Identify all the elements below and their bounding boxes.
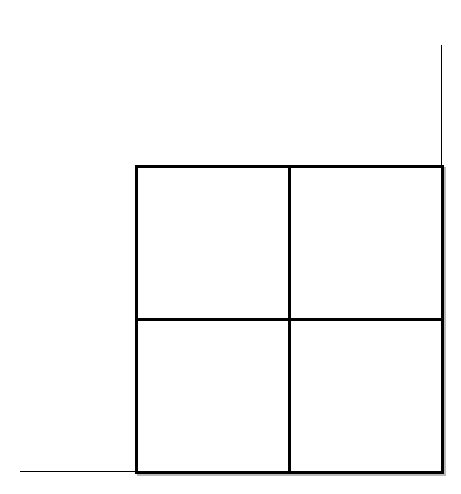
puzzle-grid [135, 165, 444, 474]
clue-area-line [441, 45, 442, 168]
region-divider-horizontal [138, 318, 441, 321]
puzzle-canvas [0, 0, 461, 494]
clue-area-line [20, 471, 138, 472]
